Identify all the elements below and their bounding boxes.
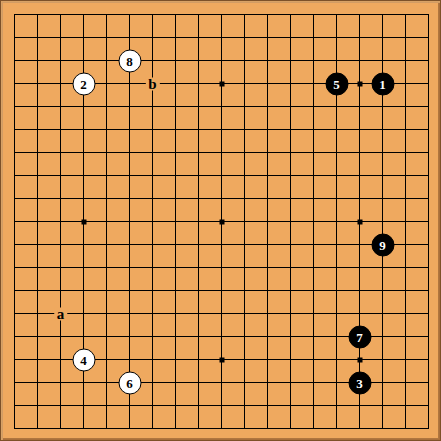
hoshi-point	[357, 219, 362, 224]
hoshi-point	[357, 357, 362, 362]
stone-black-1: 1	[371, 72, 394, 95]
stone-black-9: 9	[371, 233, 394, 256]
stone-white-8: 8	[118, 49, 141, 72]
hoshi-point	[81, 219, 86, 224]
stone-white-4: 4	[72, 348, 95, 371]
hoshi-point	[219, 81, 224, 86]
hoshi-point	[219, 219, 224, 224]
stone-white-6: 6	[118, 371, 141, 394]
stone-white-2: 2	[72, 72, 95, 95]
point-label-a: a	[54, 307, 68, 320]
hoshi-point	[357, 81, 362, 86]
go-board: ab123456789	[0, 0, 441, 441]
stone-black-5: 5	[325, 72, 348, 95]
stone-black-3: 3	[348, 371, 371, 394]
stone-black-7: 7	[348, 325, 371, 348]
point-label-b: b	[145, 77, 159, 90]
hoshi-point	[219, 357, 224, 362]
go-board-grid: ab123456789	[14, 14, 429, 429]
